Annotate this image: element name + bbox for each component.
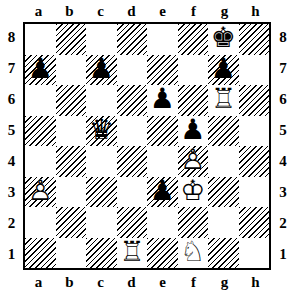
square-a7[interactable]: ♟ <box>25 55 56 86</box>
square-a4[interactable] <box>25 146 56 177</box>
square-h8[interactable] <box>239 24 270 55</box>
square-c5[interactable]: ♛ <box>86 116 117 147</box>
square-g5[interactable] <box>208 116 239 147</box>
black-queen-c5[interactable]: ♛ <box>86 116 117 147</box>
square-d2[interactable] <box>117 207 148 238</box>
rank-right-label-2: 2 <box>271 216 295 231</box>
square-e2[interactable] <box>147 207 178 238</box>
square-g6[interactable]: ♜♖ <box>208 85 239 116</box>
square-c8[interactable] <box>86 24 117 55</box>
square-b7[interactable] <box>56 55 87 86</box>
rank-left-label-2: 2 <box>0 216 23 231</box>
rank-right-label-4: 4 <box>271 154 295 169</box>
black-pawn-a7[interactable]: ♟ <box>25 55 56 86</box>
file-bottom-label-g: g <box>209 275 240 290</box>
chess-board: ♚♟♟♟♟♜♖♛♟♟♙♟♙♟♚♔♜♖♞♘ <box>23 22 271 270</box>
white-knight-icon: ♘ <box>178 238 209 266</box>
square-h1[interactable] <box>239 238 270 269</box>
square-h5[interactable] <box>239 116 270 147</box>
file-top-label-g: g <box>209 4 240 19</box>
black-pawn-icon: ♟ <box>25 55 56 83</box>
rank-right-label-5: 5 <box>271 123 295 138</box>
square-b6[interactable] <box>56 85 87 116</box>
rank-right-label-7: 7 <box>271 61 295 76</box>
black-pawn-icon: ♟ <box>147 177 178 205</box>
black-pawn-icon: ♟ <box>86 55 117 83</box>
square-f2[interactable] <box>178 207 209 238</box>
square-h6[interactable] <box>239 85 270 116</box>
square-b2[interactable] <box>56 207 87 238</box>
rank-right-label-8: 8 <box>271 30 295 45</box>
black-pawn-f5[interactable]: ♟ <box>178 116 209 147</box>
file-bottom-label-b: b <box>54 275 85 290</box>
square-h3[interactable] <box>239 177 270 208</box>
square-g1[interactable] <box>208 238 239 269</box>
square-f8[interactable] <box>178 24 209 55</box>
square-a5[interactable] <box>25 116 56 147</box>
rank-right-label-3: 3 <box>271 185 295 200</box>
square-f5[interactable]: ♟ <box>178 116 209 147</box>
square-c4[interactable] <box>86 146 117 177</box>
square-e3[interactable]: ♟ <box>147 177 178 208</box>
file-top-label-h: h <box>240 4 271 19</box>
square-f7[interactable] <box>178 55 209 86</box>
square-a8[interactable] <box>25 24 56 55</box>
square-g2[interactable] <box>208 207 239 238</box>
square-b5[interactable] <box>56 116 87 147</box>
rank-right-label-6: 6 <box>271 92 295 107</box>
file-top-label-f: f <box>178 4 209 19</box>
black-king-icon: ♚ <box>208 24 239 52</box>
square-c7[interactable]: ♟ <box>86 55 117 86</box>
white-rook-d1[interactable]: ♜♖ <box>117 238 148 269</box>
square-e7[interactable] <box>147 55 178 86</box>
white-rook-g6[interactable]: ♜♖ <box>208 85 239 116</box>
black-pawn-g7[interactable]: ♟ <box>208 55 239 86</box>
white-pawn-icon: ♙ <box>25 177 56 205</box>
white-pawn-icon: ♙ <box>178 146 209 174</box>
file-bottom-label-f: f <box>178 275 209 290</box>
square-d5[interactable] <box>117 116 148 147</box>
square-d1[interactable]: ♜♖ <box>117 238 148 269</box>
black-pawn-c7[interactable]: ♟ <box>86 55 117 86</box>
white-knight-f1[interactable]: ♞♘ <box>178 238 209 269</box>
square-f3[interactable]: ♚♔ <box>178 177 209 208</box>
white-pawn-f4[interactable]: ♟♙ <box>178 146 209 177</box>
white-king-icon: ♔ <box>178 177 209 205</box>
chess-diagram: abcdefgh 87654321 ♚♟♟♟♟♜♖♛♟♟♙♟♙♟♚♔♜♖♞♘ 8… <box>0 0 295 295</box>
square-e8[interactable] <box>147 24 178 55</box>
file-bottom-label-c: c <box>85 275 116 290</box>
square-h7[interactable] <box>239 55 270 86</box>
white-pawn-a3[interactable]: ♟♙ <box>25 177 56 208</box>
square-g4[interactable] <box>208 146 239 177</box>
square-c6[interactable] <box>86 85 117 116</box>
square-a3[interactable]: ♟♙ <box>25 177 56 208</box>
black-pawn-e3[interactable]: ♟ <box>147 177 178 208</box>
square-c1[interactable] <box>86 238 117 269</box>
file-top-label-a: a <box>23 4 54 19</box>
rank-labels-right: 87654321 <box>271 22 295 270</box>
file-top-label-d: d <box>116 4 147 19</box>
file-top-label-b: b <box>54 4 85 19</box>
square-h4[interactable] <box>239 146 270 177</box>
square-b8[interactable] <box>56 24 87 55</box>
rank-right-label-1: 1 <box>271 247 295 262</box>
square-a2[interactable] <box>25 207 56 238</box>
rank-left-label-1: 1 <box>0 247 23 262</box>
square-d4[interactable] <box>117 146 148 177</box>
square-f6[interactable] <box>178 85 209 116</box>
square-d8[interactable] <box>117 24 148 55</box>
black-pawn-icon: ♟ <box>147 85 178 113</box>
file-labels-bottom: abcdefgh <box>23 270 271 295</box>
square-f1[interactable]: ♞♘ <box>178 238 209 269</box>
file-bottom-label-h: h <box>240 275 271 290</box>
rank-left-label-3: 3 <box>0 185 23 200</box>
square-g7[interactable]: ♟ <box>208 55 239 86</box>
square-c2[interactable] <box>86 207 117 238</box>
black-king-g8[interactable]: ♚ <box>208 24 239 55</box>
square-d3[interactable] <box>117 177 148 208</box>
square-g8[interactable]: ♚ <box>208 24 239 55</box>
square-a6[interactable] <box>25 85 56 116</box>
white-rook-icon: ♖ <box>117 238 148 266</box>
file-bottom-label-e: e <box>147 275 178 290</box>
square-f4[interactable]: ♟♙ <box>178 146 209 177</box>
file-top-label-e: e <box>147 4 178 19</box>
rank-left-label-8: 8 <box>0 30 23 45</box>
black-pawn-icon: ♟ <box>208 55 239 83</box>
file-labels-top: abcdefgh <box>23 0 271 22</box>
square-b4[interactable] <box>56 146 87 177</box>
rank-left-label-5: 5 <box>0 123 23 138</box>
black-pawn-e6[interactable]: ♟ <box>147 85 178 116</box>
file-bottom-label-d: d <box>116 275 147 290</box>
rank-labels-left: 87654321 <box>0 22 23 270</box>
square-c3[interactable] <box>86 177 117 208</box>
square-e4[interactable] <box>147 146 178 177</box>
square-e1[interactable] <box>147 238 178 269</box>
square-a1[interactable] <box>25 238 56 269</box>
square-b3[interactable] <box>56 177 87 208</box>
file-top-label-c: c <box>85 4 116 19</box>
square-e6[interactable]: ♟ <box>147 85 178 116</box>
square-h2[interactable] <box>239 207 270 238</box>
rank-left-label-7: 7 <box>0 61 23 76</box>
white-rook-icon: ♖ <box>208 85 239 113</box>
square-g3[interactable] <box>208 177 239 208</box>
white-king-f3[interactable]: ♚♔ <box>178 177 209 208</box>
square-d6[interactable] <box>117 85 148 116</box>
black-pawn-icon: ♟ <box>178 116 209 144</box>
rank-left-label-4: 4 <box>0 154 23 169</box>
rank-left-label-6: 6 <box>0 92 23 107</box>
black-queen-icon: ♛ <box>86 116 117 144</box>
file-bottom-label-a: a <box>23 275 54 290</box>
square-b1[interactable] <box>56 238 87 269</box>
square-d7[interactable] <box>117 55 148 86</box>
square-e5[interactable] <box>147 116 178 147</box>
